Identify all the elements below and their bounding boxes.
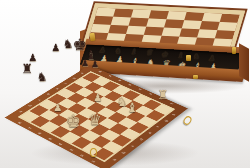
- chess-piece-black-pawn[interactable]: ♟: [81, 59, 89, 68]
- brass-rail-fitting-icon: [193, 75, 198, 79]
- coord-label: 7: [107, 75, 112, 78]
- chess-piece-black-rook[interactable]: ♜: [21, 62, 33, 75]
- coord-label: 1: [90, 160, 96, 163]
- chess-piece-black-pawn[interactable]: ♟: [91, 60, 99, 69]
- coord-label: e: [147, 131, 153, 134]
- coord-label: 5: [47, 137, 53, 140]
- coord-label: 3: [148, 93, 153, 96]
- coord-label: 7: [27, 127, 33, 130]
- coord-label: g: [163, 119, 169, 122]
- coord-label: 2: [79, 154, 85, 157]
- chess-piece-white-rook[interactable]: ♜: [158, 89, 169, 101]
- brass-hinge-icon: [89, 33, 95, 42]
- brass-clasp-icon: [186, 55, 191, 61]
- coord-label: c: [130, 144, 136, 147]
- coord-label: 8: [98, 70, 103, 73]
- box-right-end: [239, 43, 249, 81]
- chess-piece-white-pawn[interactable]: ♟: [94, 93, 103, 103]
- board-latch-front-icon: [90, 148, 97, 157]
- chess-piece-white-king[interactable]: ♚: [65, 113, 80, 130]
- chess-piece-white-pawn[interactable]: ♟: [54, 103, 63, 113]
- coord-label: 1: [169, 102, 174, 105]
- coord-label: a: [111, 158, 117, 161]
- brass-side-latch-icon: [232, 47, 236, 54]
- chess-piece-black-knight[interactable]: ♞: [63, 38, 74, 50]
- coord-label: d: [138, 138, 144, 141]
- product-photo-chess-set: abcdefgh ♟♞♝♛♚♝♞♟ ♟♟♝♞♛♚♝♟ abcdefgh abcd…: [0, 0, 250, 168]
- coord-label: f: [63, 82, 67, 84]
- coord-label: 4: [137, 88, 142, 91]
- chess-piece-black-pawn[interactable]: ♟: [29, 53, 38, 63]
- coord-label: 5: [127, 84, 132, 87]
- coord-label: b: [121, 151, 127, 154]
- board-latch-right-icon: [182, 115, 193, 126]
- coord-label: h: [171, 113, 177, 116]
- chess-piece-white-bishop[interactable]: ♝: [126, 101, 138, 114]
- chess-piece-white-queen[interactable]: ♛: [88, 113, 101, 128]
- chess-piece-black-pawn[interactable]: ♟: [52, 43, 61, 53]
- chess-piece-black-knight[interactable]: ♞: [37, 71, 48, 83]
- coord-label: 8: [17, 121, 22, 124]
- coord-label: 4: [58, 143, 64, 146]
- coord-label: 3: [68, 148, 74, 151]
- coord-label: 6: [37, 132, 43, 135]
- coord-label: 6: [117, 79, 122, 82]
- coord-label: f: [155, 125, 160, 128]
